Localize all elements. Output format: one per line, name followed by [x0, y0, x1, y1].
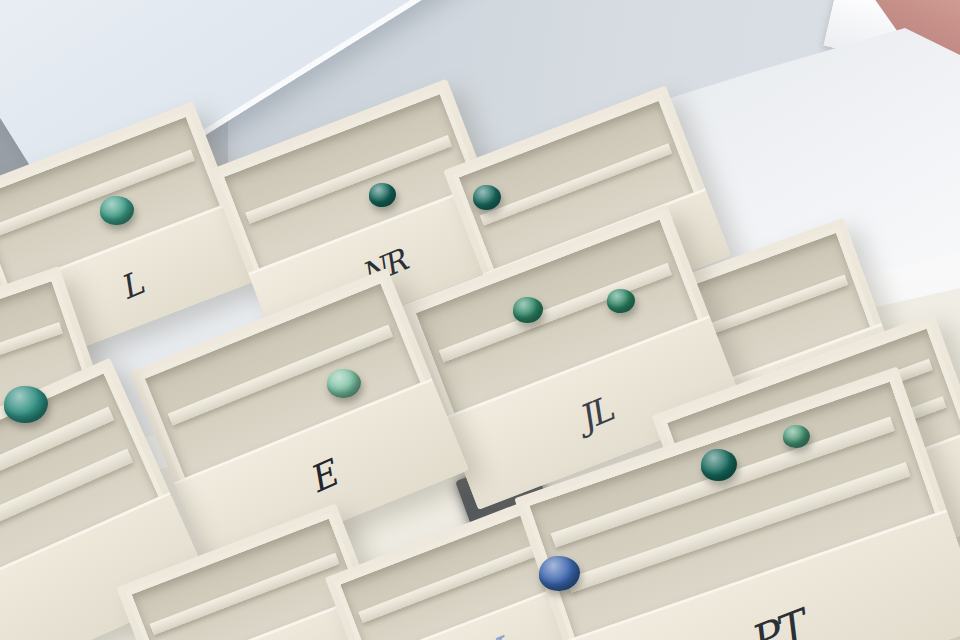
monogram-l: L [115, 268, 144, 305]
monogram-v: V [467, 635, 509, 640]
monogram-pt: PT [743, 605, 808, 640]
monogram-jl: JL [574, 392, 615, 435]
monogram-e: E [304, 456, 340, 498]
jewellery-display-photo: L NR JL [0, 0, 960, 640]
